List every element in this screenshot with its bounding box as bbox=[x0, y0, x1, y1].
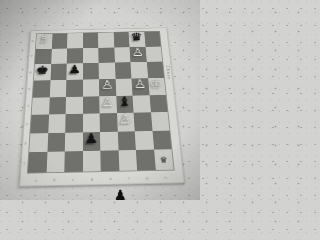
square-b5[interactable] bbox=[49, 80, 66, 97]
square-h3[interactable] bbox=[151, 112, 170, 131]
rank-label-2: 2 bbox=[24, 141, 27, 145]
square-c3[interactable] bbox=[65, 114, 82, 133]
square-d7[interactable] bbox=[83, 48, 99, 64]
file-label-e: e bbox=[109, 176, 112, 181]
file-label-f: f bbox=[128, 176, 130, 181]
square-f5[interactable] bbox=[115, 78, 132, 95]
file-labels: abcdefgh bbox=[26, 174, 175, 183]
file-label-a: a bbox=[34, 178, 37, 183]
square-e6[interactable] bbox=[99, 63, 116, 79]
square-e3[interactable] bbox=[100, 113, 118, 132]
piece-white-king-h5[interactable]: ♔ bbox=[150, 78, 164, 90]
square-d5[interactable] bbox=[83, 79, 100, 96]
square-a5[interactable] bbox=[33, 80, 50, 97]
square-f2[interactable] bbox=[117, 131, 136, 151]
square-e8[interactable] bbox=[98, 32, 114, 47]
square-b4[interactable] bbox=[49, 97, 66, 115]
piece-white-pawn-f3[interactable]: ♙ bbox=[118, 113, 132, 126]
square-d4[interactable] bbox=[83, 96, 100, 114]
square-b7[interactable] bbox=[51, 48, 67, 64]
board-photo: ♗♛♙♚♟♙♙♔♙♝♙♟♛ Chess abcdefgh 12345678 ♟ bbox=[0, 0, 200, 200]
square-a3[interactable] bbox=[30, 115, 48, 134]
piece-black-pawn-d2[interactable]: ♟ bbox=[85, 132, 99, 146]
square-a4[interactable] bbox=[32, 97, 50, 115]
chess-board: ♗♛♙♚♟♙♙♔♙♝♙♟♛ bbox=[27, 31, 175, 174]
square-f3[interactable]: ♙ bbox=[117, 113, 135, 132]
square-h6[interactable] bbox=[146, 62, 164, 78]
piece-white-pawn-e4[interactable]: ♙ bbox=[101, 96, 114, 109]
square-a8[interactable]: ♗ bbox=[36, 34, 52, 49]
file-label-b: b bbox=[53, 177, 56, 182]
file-label-h: h bbox=[164, 175, 167, 180]
square-f8[interactable] bbox=[113, 32, 129, 47]
square-e7[interactable] bbox=[98, 47, 114, 63]
square-g2[interactable] bbox=[135, 131, 154, 151]
square-b6[interactable] bbox=[50, 64, 67, 80]
square-d1[interactable] bbox=[83, 151, 101, 171]
rank-label-6: 6 bbox=[29, 70, 31, 74]
square-h2[interactable] bbox=[152, 130, 171, 150]
square-e4[interactable]: ♙ bbox=[99, 96, 116, 114]
square-d8[interactable] bbox=[83, 33, 99, 48]
square-a1[interactable] bbox=[28, 152, 47, 173]
square-g5[interactable]: ♙ bbox=[131, 78, 149, 95]
square-c1[interactable] bbox=[64, 151, 82, 172]
square-d6[interactable] bbox=[83, 63, 99, 79]
rank-label-4: 4 bbox=[27, 104, 30, 108]
square-g3[interactable] bbox=[134, 112, 153, 131]
square-g7[interactable]: ♙ bbox=[129, 47, 146, 63]
square-f4[interactable]: ♝ bbox=[116, 95, 134, 113]
square-c6[interactable]: ♟ bbox=[66, 63, 82, 79]
square-c5[interactable] bbox=[66, 79, 83, 96]
square-b8[interactable] bbox=[51, 33, 67, 48]
rank-label-1: 1 bbox=[23, 161, 26, 166]
chess-board-sheet: ♗♛♙♚♟♙♙♔♙♝♙♟♛ Chess abcdefgh 12345678 bbox=[19, 27, 185, 186]
square-h1[interactable]: ♛ bbox=[154, 150, 174, 170]
piece-white-pawn-e5[interactable]: ♙ bbox=[101, 79, 114, 91]
square-g4[interactable] bbox=[132, 95, 150, 113]
square-h7[interactable] bbox=[145, 46, 162, 62]
square-a6[interactable]: ♚ bbox=[34, 64, 51, 80]
piece-white-pawn-g5[interactable]: ♙ bbox=[133, 78, 147, 90]
square-d3[interactable] bbox=[83, 113, 100, 132]
piece-black-king-a6[interactable]: ♚ bbox=[36, 64, 49, 76]
square-f7[interactable] bbox=[114, 47, 131, 63]
square-e2[interactable] bbox=[100, 131, 118, 151]
square-e1[interactable] bbox=[100, 151, 119, 171]
corner-emblem: ♛ bbox=[159, 155, 168, 164]
rank-label-3: 3 bbox=[26, 122, 29, 126]
square-g1[interactable] bbox=[136, 150, 155, 170]
square-c4[interactable] bbox=[66, 96, 83, 114]
square-d2[interactable]: ♟ bbox=[83, 132, 101, 152]
file-label-g: g bbox=[146, 175, 149, 180]
square-a7[interactable] bbox=[35, 49, 52, 65]
piece-black-pawn-c6[interactable]: ♟ bbox=[68, 64, 81, 76]
square-c8[interactable] bbox=[67, 33, 83, 48]
square-g6[interactable] bbox=[130, 62, 147, 78]
file-label-c: c bbox=[72, 177, 74, 182]
piece-white-bishop-a8[interactable]: ♗ bbox=[38, 34, 51, 45]
square-h8[interactable] bbox=[144, 31, 161, 46]
rank-label-5: 5 bbox=[28, 87, 31, 91]
square-f6[interactable] bbox=[115, 62, 132, 78]
square-h4[interactable] bbox=[149, 95, 167, 113]
square-f1[interactable] bbox=[118, 150, 137, 170]
square-b2[interactable] bbox=[47, 133, 65, 153]
piece-black-bishop-f4[interactable]: ♝ bbox=[118, 96, 132, 109]
off-board-piece[interactable]: ♟ bbox=[114, 188, 127, 200]
square-c2[interactable] bbox=[65, 132, 83, 152]
piece-black-queen-g8[interactable]: ♛ bbox=[130, 32, 143, 43]
square-b1[interactable] bbox=[46, 152, 65, 173]
square-a2[interactable] bbox=[29, 133, 48, 153]
rank-label-8: 8 bbox=[31, 39, 33, 42]
board-brand-text: Chess bbox=[165, 66, 172, 80]
square-e5[interactable]: ♙ bbox=[99, 79, 116, 96]
square-b3[interactable] bbox=[48, 114, 66, 133]
piece-white-pawn-g7[interactable]: ♙ bbox=[131, 47, 144, 58]
square-h5[interactable]: ♔ bbox=[148, 78, 166, 95]
rank-label-7: 7 bbox=[30, 54, 32, 57]
file-label-d: d bbox=[91, 176, 94, 181]
